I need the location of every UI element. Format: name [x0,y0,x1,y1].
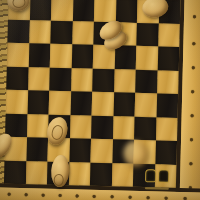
square-a6[interactable] [7,43,29,67]
square-d2[interactable] [69,138,91,162]
square-f4[interactable] [113,92,135,116]
bottom-rail-screw-4 [59,194,62,197]
square-b7[interactable] [29,20,51,44]
square-d4[interactable] [70,91,92,115]
square-b4[interactable] [27,90,49,114]
square-c8[interactable] [51,0,73,21]
square-h3[interactable] [156,117,178,141]
square-e1[interactable] [90,162,112,186]
square-g7[interactable] [136,22,158,46]
square-c5[interactable] [49,67,71,91]
square-e4[interactable] [92,92,114,116]
maker-stamp [143,167,171,188]
square-d5[interactable] [71,68,93,92]
square-e3[interactable] [91,115,113,139]
square-g3[interactable] [134,116,156,140]
bottom-rail-screw-1 [8,193,11,196]
square-h2[interactable] [155,140,177,164]
square-b3[interactable] [27,114,49,138]
square-e2[interactable] [90,139,112,163]
square-f5[interactable] [114,69,136,93]
square-g4[interactable] [135,93,157,117]
square-f8[interactable] [115,0,137,22]
square-c4[interactable] [49,91,71,115]
right-rail-screw-3 [192,66,195,69]
square-h5[interactable] [157,70,179,94]
stamp-emblem-right-icon [158,169,169,182]
bottom-rail-screw-6 [93,195,96,198]
square-e5[interactable] [92,68,114,92]
square-f3[interactable] [113,116,135,140]
square-b6[interactable] [28,43,50,67]
piece-ring-mark [54,174,64,186]
board-rotated-wrap [0,0,200,200]
bottom-rail-screw-9 [147,196,150,199]
right-rail-screw-1 [193,15,196,18]
square-a5[interactable] [6,66,28,90]
square-h6[interactable] [157,46,179,70]
square-g5[interactable] [135,69,157,93]
square-f1[interactable] [111,163,133,187]
square-b1[interactable] [25,161,47,185]
right-rail-screw-4 [191,90,194,93]
square-g6[interactable] [136,46,158,70]
right-rail-screw-6 [190,138,193,141]
board-photo [0,0,200,200]
square-d3[interactable] [70,115,92,139]
bottom-rail-screw-3 [42,194,45,197]
square-a1[interactable] [4,160,26,184]
checkers-board [4,0,181,188]
square-a4[interactable] [6,90,28,114]
square-h4[interactable] [156,93,178,117]
square-e8[interactable] [94,0,116,22]
bottom-rail-screw-2 [25,193,28,196]
square-b8[interactable] [29,0,51,20]
square-h7[interactable] [158,23,180,47]
right-rail-screw-2 [192,42,195,45]
square-b5[interactable] [28,67,50,91]
stamp-emblem-left-icon [145,169,156,182]
square-f6[interactable] [114,45,136,69]
right-rail-screw-5 [191,114,194,117]
piece-ring-mark [12,0,25,8]
bottom-rail-screw-5 [76,194,79,197]
right-rail-screw-7 [189,162,192,165]
bottom-rail-screw-11 [184,197,187,200]
square-d7[interactable] [72,21,94,45]
square-a7[interactable] [7,19,29,43]
bottom-rail-screw-8 [129,196,132,199]
square-d6[interactable] [71,44,93,68]
square-d8[interactable] [72,0,94,21]
bottom-rail-screw-7 [111,195,114,198]
square-b2[interactable] [26,137,48,161]
square-c6[interactable] [50,44,72,68]
piece-ring-mark [50,124,65,141]
square-d1[interactable] [68,162,90,186]
bottom-rail-screw-10 [165,197,168,200]
square-c7[interactable] [50,20,72,44]
